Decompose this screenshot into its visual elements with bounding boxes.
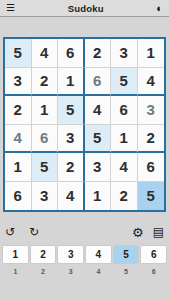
cell-r4c4[interactable]: 5 — [85, 125, 112, 154]
cell-r3c4[interactable]: 4 — [85, 96, 112, 125]
cell-r2c2[interactable]: 2 — [32, 68, 59, 97]
pencil-digit-row: 123456 — [3, 268, 166, 275]
cell-r1c5[interactable]: 3 — [111, 39, 138, 68]
settings-gear-icon[interactable]: ⚙ — [132, 226, 144, 239]
cell-r6c3[interactable]: 4 — [58, 182, 85, 211]
cell-r1c1[interactable]: 5 — [5, 39, 32, 68]
undo-icon[interactable]: ↺ — [5, 226, 15, 238]
cell-r5c5[interactable]: 4 — [111, 153, 138, 182]
cell-r6c2[interactable]: 3 — [32, 182, 59, 211]
cell-r2c1[interactable]: 3 — [5, 68, 32, 97]
cell-r6c4[interactable]: 1 — [85, 182, 112, 211]
cell-r3c3[interactable]: 5 — [58, 96, 85, 125]
cell-r1c2[interactable]: 4 — [32, 39, 59, 68]
cell-r4c1[interactable]: 4 — [5, 125, 32, 154]
cell-r4c6[interactable]: 2 — [138, 125, 165, 154]
cell-r5c3[interactable]: 2 — [58, 153, 85, 182]
cell-r4c5[interactable]: 1 — [111, 125, 138, 154]
app-bar: ☰ Sudoku ◐ — [0, 0, 169, 17]
cell-r5c6[interactable]: 6 — [138, 153, 165, 182]
redo-icon[interactable]: ↻ — [29, 226, 39, 238]
num-button-3[interactable]: 3 — [58, 246, 83, 263]
app-title: Sudoku — [15, 3, 156, 14]
cell-r4c2[interactable]: 6 — [32, 125, 59, 154]
cell-r1c3[interactable]: 6 — [58, 39, 85, 68]
cell-r2c4[interactable]: 6 — [85, 68, 112, 97]
cell-r2c3[interactable]: 1 — [58, 68, 85, 97]
cell-r6c5[interactable]: 2 — [111, 182, 138, 211]
cell-r3c5[interactable]: 6 — [111, 96, 138, 125]
cell-r3c1[interactable]: 2 — [5, 96, 32, 125]
board-container: 546231321654215463463512152346634125 — [3, 37, 166, 212]
cell-r5c1[interactable]: 1 — [5, 153, 32, 182]
theme-contrast-icon[interactable]: ◐ — [156, 3, 163, 14]
pencil-button-4[interactable]: 4 — [86, 268, 111, 275]
cell-r6c1[interactable]: 6 — [5, 182, 32, 211]
cell-r3c2[interactable]: 1 — [32, 96, 59, 125]
num-button-1[interactable]: 1 — [3, 246, 28, 263]
cell-r5c4[interactable]: 3 — [85, 153, 112, 182]
pencil-button-2[interactable]: 2 — [31, 268, 56, 275]
cell-r6c6[interactable]: 5 — [138, 182, 165, 211]
num-button-2[interactable]: 2 — [31, 246, 56, 263]
bottom-toolbar: ↺ ↻ ⚙ ▤ — [5, 223, 164, 241]
num-button-4[interactable]: 4 — [86, 246, 111, 263]
number-pad: 123456 — [3, 246, 166, 263]
cell-r1c6[interactable]: 1 — [138, 39, 165, 68]
notes-book-icon[interactable]: ▤ — [153, 226, 164, 238]
hamburger-menu-icon[interactable]: ☰ — [6, 3, 15, 13]
sudoku-board: 546231321654215463463512152346634125 — [3, 37, 166, 212]
num-button-5[interactable]: 5 — [114, 246, 139, 263]
cell-r1c4[interactable]: 2 — [85, 39, 112, 68]
cell-r2c6[interactable]: 4 — [138, 68, 165, 97]
cell-r2c5[interactable]: 5 — [111, 68, 138, 97]
num-button-6[interactable]: 6 — [141, 246, 166, 263]
cell-r4c3[interactable]: 3 — [58, 125, 85, 154]
pencil-button-6[interactable]: 6 — [141, 268, 166, 275]
pencil-button-5[interactable]: 5 — [114, 268, 139, 275]
cell-r3c6[interactable]: 3 — [138, 96, 165, 125]
pencil-button-1[interactable]: 1 — [3, 268, 28, 275]
cell-r5c2[interactable]: 5 — [32, 153, 59, 182]
pencil-button-3[interactable]: 3 — [58, 268, 83, 275]
